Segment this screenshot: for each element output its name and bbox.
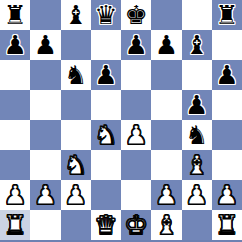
square-d7[interactable] (91, 30, 121, 60)
white-rook-icon: ♜ (215, 210, 238, 240)
white-pawn-icon: ♟ (3, 180, 26, 210)
white-rook-icon: ♜ (3, 210, 26, 240)
square-b3[interactable] (30, 150, 60, 180)
square-e2[interactable] (121, 180, 151, 210)
square-c3[interactable]: ♞ (61, 150, 91, 180)
square-f2[interactable]: ♟ (151, 180, 181, 210)
white-pawn-icon: ♟ (34, 180, 57, 210)
square-f8[interactable] (151, 0, 181, 30)
black-pawn-icon: ♟ (185, 90, 208, 120)
square-b5[interactable] (30, 90, 60, 120)
square-d5[interactable] (91, 90, 121, 120)
square-e3[interactable] (121, 150, 151, 180)
square-b6[interactable] (30, 60, 60, 90)
square-e8[interactable]: ♚ (121, 0, 151, 30)
square-d1[interactable]: ♛ (91, 210, 121, 240)
black-knight-icon: ♞ (185, 120, 208, 150)
square-c5[interactable] (61, 90, 91, 120)
white-pawn-icon: ♟ (124, 120, 147, 150)
square-a6[interactable] (0, 60, 30, 90)
black-rook-icon: ♜ (215, 0, 238, 30)
black-pawn-icon: ♟ (215, 60, 238, 90)
square-a8[interactable]: ♜ (0, 0, 30, 30)
black-rook-icon: ♜ (3, 0, 26, 30)
square-g7[interactable]: ♝ (182, 30, 212, 60)
black-king-icon: ♚ (124, 0, 147, 30)
square-h6[interactable]: ♟ (212, 60, 242, 90)
square-c4[interactable] (61, 120, 91, 150)
square-a3[interactable] (0, 150, 30, 180)
square-f1[interactable]: ♝ (151, 210, 181, 240)
square-b8[interactable] (30, 0, 60, 30)
black-bishop-icon: ♝ (185, 30, 208, 60)
chess-board: ♜♝♛♚♜♟♟♟♟♝♞♟♟♟♞♟♞♞♝♟♟♟♟♟♟♜♛♚♝♜ (0, 0, 242, 242)
square-h3[interactable] (212, 150, 242, 180)
white-pawn-icon: ♟ (215, 180, 238, 210)
square-e1[interactable]: ♚ (121, 210, 151, 240)
square-e5[interactable] (121, 90, 151, 120)
square-e7[interactable]: ♟ (121, 30, 151, 60)
square-e6[interactable] (121, 60, 151, 90)
white-king-icon: ♚ (124, 210, 147, 240)
white-pawn-icon: ♟ (64, 180, 87, 210)
square-f4[interactable] (151, 120, 181, 150)
square-g6[interactable] (182, 60, 212, 90)
square-a4[interactable] (0, 120, 30, 150)
square-f3[interactable] (151, 150, 181, 180)
square-h4[interactable] (212, 120, 242, 150)
black-pawn-icon: ♟ (124, 30, 147, 60)
square-f7[interactable]: ♟ (151, 30, 181, 60)
white-pawn-icon: ♟ (155, 180, 178, 210)
square-h8[interactable]: ♜ (212, 0, 242, 30)
white-bishop-icon: ♝ (185, 150, 208, 180)
square-a7[interactable]: ♟ (0, 30, 30, 60)
square-b4[interactable] (30, 120, 60, 150)
square-c6[interactable]: ♞ (61, 60, 91, 90)
black-queen-icon: ♛ (94, 0, 117, 30)
square-c7[interactable] (61, 30, 91, 60)
white-knight-icon: ♞ (94, 120, 117, 150)
black-knight-icon: ♞ (64, 60, 87, 90)
square-f6[interactable] (151, 60, 181, 90)
square-a2[interactable]: ♟ (0, 180, 30, 210)
square-g4[interactable]: ♞ (182, 120, 212, 150)
square-h5[interactable] (212, 90, 242, 120)
square-h2[interactable]: ♟ (212, 180, 242, 210)
white-queen-icon: ♛ (94, 210, 117, 240)
square-g5[interactable]: ♟ (182, 90, 212, 120)
white-pawn-icon: ♟ (185, 180, 208, 210)
square-g2[interactable]: ♟ (182, 180, 212, 210)
square-b1[interactable] (30, 210, 60, 240)
square-d3[interactable] (91, 150, 121, 180)
square-g1[interactable] (182, 210, 212, 240)
square-f5[interactable] (151, 90, 181, 120)
square-d4[interactable]: ♞ (91, 120, 121, 150)
white-knight-icon: ♞ (64, 150, 87, 180)
black-pawn-icon: ♟ (94, 60, 117, 90)
square-a1[interactable]: ♜ (0, 210, 30, 240)
square-g8[interactable] (182, 0, 212, 30)
square-a5[interactable] (0, 90, 30, 120)
square-c2[interactable]: ♟ (61, 180, 91, 210)
white-bishop-icon: ♝ (155, 210, 178, 240)
black-bishop-icon: ♝ (64, 0, 87, 30)
square-d8[interactable]: ♛ (91, 0, 121, 30)
square-g3[interactable]: ♝ (182, 150, 212, 180)
square-b2[interactable]: ♟ (30, 180, 60, 210)
square-h7[interactable] (212, 30, 242, 60)
square-d2[interactable] (91, 180, 121, 210)
square-c1[interactable] (61, 210, 91, 240)
square-b7[interactable]: ♟ (30, 30, 60, 60)
black-pawn-icon: ♟ (155, 30, 178, 60)
square-c8[interactable]: ♝ (61, 0, 91, 30)
square-d6[interactable]: ♟ (91, 60, 121, 90)
black-pawn-icon: ♟ (3, 30, 26, 60)
black-pawn-icon: ♟ (34, 30, 57, 60)
square-h1[interactable]: ♜ (212, 210, 242, 240)
square-e4[interactable]: ♟ (121, 120, 151, 150)
